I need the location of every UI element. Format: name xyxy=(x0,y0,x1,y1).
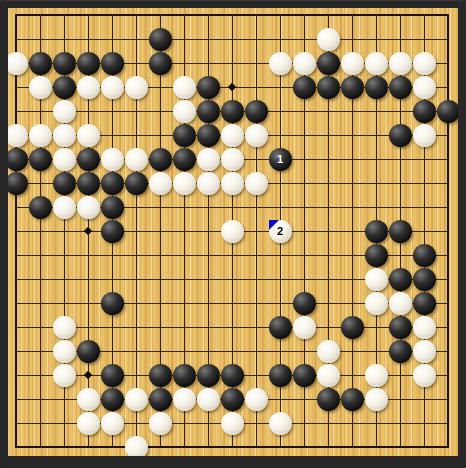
stone-black xyxy=(413,268,436,291)
stone-black xyxy=(269,316,292,339)
stone-black xyxy=(149,28,172,51)
stone-black xyxy=(173,364,196,387)
stone-white xyxy=(413,52,436,75)
stone-white xyxy=(77,196,100,219)
stone-black xyxy=(29,148,52,171)
stone-white xyxy=(197,148,220,171)
stone-white xyxy=(269,52,292,75)
stone-white xyxy=(365,292,388,315)
stone-black xyxy=(149,148,172,171)
grid-line-vertical xyxy=(256,14,257,448)
stone-black xyxy=(317,388,340,411)
stone-black xyxy=(341,388,364,411)
move-number-label: 2 xyxy=(269,220,292,243)
stone-black xyxy=(77,340,100,363)
stone-white xyxy=(413,76,436,99)
stone-black xyxy=(197,100,220,123)
hoshi-point xyxy=(84,227,92,235)
stone-white xyxy=(245,172,268,195)
stone-black xyxy=(101,292,124,315)
stone-black xyxy=(101,364,124,387)
stone-black xyxy=(269,364,292,387)
stone-white xyxy=(77,76,100,99)
stone-black xyxy=(53,76,76,99)
grid-line-horizontal xyxy=(15,327,449,328)
stone-white xyxy=(341,52,364,75)
stone-white xyxy=(197,172,220,195)
stone-black xyxy=(389,76,412,99)
stone-black xyxy=(101,196,124,219)
stone-white xyxy=(77,124,100,147)
grid-line-vertical xyxy=(447,14,449,448)
stone-black xyxy=(221,100,244,123)
stone-white xyxy=(29,76,52,99)
stone-white xyxy=(53,196,76,219)
stone-white xyxy=(197,388,220,411)
stone-white xyxy=(221,220,244,243)
stone-white xyxy=(317,340,340,363)
stone-black xyxy=(29,196,52,219)
stone-white xyxy=(413,364,436,387)
stone-white xyxy=(221,148,244,171)
stone-black xyxy=(389,220,412,243)
stone-black xyxy=(413,292,436,315)
stone-black xyxy=(293,364,316,387)
stone-white xyxy=(101,148,124,171)
stone-black xyxy=(101,52,124,75)
stone-black xyxy=(125,172,148,195)
move-number-label: 1 xyxy=(269,148,292,171)
go-board[interactable]: 12 xyxy=(8,8,458,456)
stone-white xyxy=(293,52,316,75)
stone-white xyxy=(365,268,388,291)
stone-white xyxy=(293,316,316,339)
stone-white xyxy=(221,124,244,147)
stone-black xyxy=(149,52,172,75)
stone-white xyxy=(53,364,76,387)
stone-white xyxy=(221,412,244,435)
stone-white xyxy=(125,436,148,457)
stone-white xyxy=(77,388,100,411)
stone-white xyxy=(8,124,28,147)
stone-white xyxy=(413,316,436,339)
stone-black xyxy=(221,388,244,411)
stone-black xyxy=(77,52,100,75)
stone-black xyxy=(389,316,412,339)
stone-white xyxy=(317,28,340,51)
stone-white xyxy=(173,100,196,123)
stone-white xyxy=(149,172,172,195)
stone-black xyxy=(365,220,388,243)
stone-white xyxy=(101,412,124,435)
stone-white xyxy=(389,292,412,315)
stone-black xyxy=(245,100,268,123)
stone-white xyxy=(125,148,148,171)
stone-black xyxy=(293,76,316,99)
stone-black xyxy=(101,220,124,243)
stone-black xyxy=(53,52,76,75)
stone-black xyxy=(197,76,220,99)
stone-black xyxy=(293,292,316,315)
grid-line-horizontal xyxy=(15,446,449,448)
stone-black xyxy=(197,364,220,387)
stone-white xyxy=(125,388,148,411)
stone-black xyxy=(8,172,28,195)
stone-black xyxy=(101,388,124,411)
stone-white xyxy=(173,388,196,411)
stone-white xyxy=(8,52,28,75)
stone-black xyxy=(173,148,196,171)
stone-white xyxy=(53,100,76,123)
stone-white xyxy=(173,172,196,195)
stone-white xyxy=(53,316,76,339)
stone-black xyxy=(173,124,196,147)
stone-black xyxy=(8,148,28,171)
stone-black xyxy=(101,172,124,195)
stone-black xyxy=(389,124,412,147)
hoshi-point xyxy=(84,371,92,379)
stone-white xyxy=(53,148,76,171)
stone-black xyxy=(53,172,76,195)
stone-white xyxy=(413,340,436,363)
stone-white xyxy=(173,76,196,99)
stone-black xyxy=(317,52,340,75)
stone-white xyxy=(149,412,172,435)
stone-black xyxy=(437,100,459,123)
stone-black xyxy=(413,100,436,123)
stone-white xyxy=(365,364,388,387)
stone-white xyxy=(413,124,436,147)
stone-black xyxy=(149,388,172,411)
go-game-screenshot: 12 xyxy=(0,0,466,468)
stone-white xyxy=(317,364,340,387)
stone-white xyxy=(221,172,244,195)
stone-white xyxy=(365,388,388,411)
stone-white xyxy=(77,412,100,435)
stone-white xyxy=(269,412,292,435)
stone-black xyxy=(221,364,244,387)
stone-black xyxy=(29,52,52,75)
stone-black xyxy=(389,340,412,363)
stone-black xyxy=(197,124,220,147)
stone-white xyxy=(101,76,124,99)
stone-black xyxy=(365,76,388,99)
stone-black xyxy=(77,172,100,195)
stone-white xyxy=(365,52,388,75)
stone-black xyxy=(149,364,172,387)
stone-black xyxy=(341,76,364,99)
stone-black xyxy=(77,148,100,171)
stone-black xyxy=(389,268,412,291)
stone-white xyxy=(389,52,412,75)
stone-white xyxy=(53,124,76,147)
stone-white xyxy=(245,124,268,147)
stone-white xyxy=(29,124,52,147)
stone-black xyxy=(341,316,364,339)
stone-white xyxy=(53,340,76,363)
stone-white xyxy=(245,388,268,411)
hoshi-point xyxy=(228,83,236,91)
stone-black xyxy=(413,244,436,267)
stone-black xyxy=(365,244,388,267)
stone-black xyxy=(317,76,340,99)
stone-white xyxy=(125,76,148,99)
